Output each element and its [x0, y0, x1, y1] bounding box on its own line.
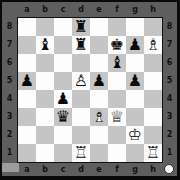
file-label-bottom-a: a [18, 163, 36, 176]
white-to-move-indicator [164, 164, 174, 174]
piece-black-rook: ♜ [72, 18, 90, 36]
square-c2[interactable] [54, 126, 72, 144]
square-c7[interactable] [54, 36, 72, 54]
piece-black-pawn: ♟ [54, 90, 72, 108]
piece-black-king: ♚ [108, 36, 126, 54]
square-d1[interactable]: ♜♖ [72, 144, 90, 162]
square-g2[interactable]: ♚♔ [126, 126, 144, 144]
file-label-top-a: a [18, 3, 36, 16]
square-e7[interactable] [90, 36, 108, 54]
square-b8[interactable] [36, 18, 54, 36]
square-f5[interactable] [108, 72, 126, 90]
rank-label-right-3: 3 [163, 108, 176, 126]
square-d7[interactable]: ♜ [72, 36, 90, 54]
file-label-bottom-e: e [90, 163, 108, 176]
piece-black-queen: ♛ [54, 108, 72, 126]
square-a4[interactable] [18, 90, 36, 108]
square-b4[interactable] [36, 90, 54, 108]
rank-label-right-8: 8 [163, 18, 176, 36]
square-h2[interactable] [144, 126, 162, 144]
square-c6[interactable] [54, 54, 72, 72]
piece-white-queen: ♕ [108, 108, 126, 126]
square-c8[interactable] [54, 18, 72, 36]
square-b6[interactable] [36, 54, 54, 72]
rank-label-right-6: 6 [163, 54, 176, 72]
square-h1[interactable]: ♜♖ [144, 144, 162, 162]
square-e2[interactable] [90, 126, 108, 144]
piece-black-pawn: ♟ [126, 36, 144, 54]
file-label-bottom-b: b [36, 163, 54, 176]
square-g1[interactable] [126, 144, 144, 162]
square-a1[interactable] [18, 144, 36, 162]
square-h5[interactable] [144, 72, 162, 90]
square-d6[interactable] [72, 54, 90, 72]
piece-black-bishop: ♝ [36, 36, 54, 54]
file-label-top-b: b [36, 3, 54, 16]
square-f6[interactable]: ♝ [108, 54, 126, 72]
square-d5[interactable]: ♟♙ [72, 72, 90, 90]
square-b3[interactable] [36, 108, 54, 126]
square-e4[interactable] [90, 90, 108, 108]
logo-patch [2, 163, 19, 172]
file-label-top-c: c [54, 3, 72, 16]
piece-black-rook: ♜ [72, 36, 90, 54]
square-f7[interactable]: ♚ [108, 36, 126, 54]
square-f3[interactable]: ♛♕ [108, 108, 126, 126]
square-f1[interactable] [108, 144, 126, 162]
square-h7[interactable]: ♝♗ [144, 36, 162, 54]
piece-white-bishop: ♗ [90, 108, 108, 126]
square-a8[interactable] [18, 18, 36, 36]
square-e8[interactable] [90, 18, 108, 36]
rank-label-left-5: 5 [3, 72, 16, 90]
file-label-top-g: g [126, 3, 144, 16]
piece-black-pawn: ♟ [126, 72, 144, 90]
rank-label-right-4: 4 [163, 90, 176, 108]
square-a2[interactable] [18, 126, 36, 144]
square-d8[interactable]: ♜ [72, 18, 90, 36]
rank-label-left-6: 6 [3, 54, 16, 72]
rank-label-left-4: 4 [3, 90, 16, 108]
square-d3[interactable] [72, 108, 90, 126]
square-g5[interactable]: ♟ [126, 72, 144, 90]
piece-white-rook: ♖ [144, 144, 162, 162]
piece-white-king: ♔ [126, 126, 144, 144]
rank-label-left-2: 2 [3, 126, 16, 144]
rank-label-left-7: 7 [3, 36, 16, 54]
square-f4[interactable] [108, 90, 126, 108]
square-g6[interactable] [126, 54, 144, 72]
piece-black-pawn: ♟ [90, 72, 108, 90]
square-g3[interactable] [126, 108, 144, 126]
square-b5[interactable] [36, 72, 54, 90]
square-a5[interactable]: ♟ [18, 72, 36, 90]
rank-label-left-8: 8 [3, 18, 16, 36]
square-g8[interactable] [126, 18, 144, 36]
square-c3[interactable]: ♛ [54, 108, 72, 126]
rank-label-right-5: 5 [163, 72, 176, 90]
piece-white-pawn: ♙ [72, 72, 90, 90]
chess-board: ♜♝♜♚♟♝♗♝♟♟♙♟♟♟♛♝♗♛♕♚♔♜♖♜♖ [17, 17, 163, 163]
square-h4[interactable] [144, 90, 162, 108]
file-label-bottom-c: c [54, 163, 72, 176]
square-g7[interactable]: ♟ [126, 36, 144, 54]
square-h6[interactable] [144, 54, 162, 72]
file-label-top-f: f [108, 3, 126, 16]
rank-label-left-3: 3 [3, 108, 16, 126]
file-label-top-d: d [72, 3, 90, 16]
rank-label-right-7: 7 [163, 36, 176, 54]
rank-label-right-1: 1 [163, 144, 176, 162]
file-label-bottom-g: g [126, 163, 144, 176]
square-g4[interactable] [126, 90, 144, 108]
rank-label-left-1: 1 [3, 144, 16, 162]
piece-white-bishop: ♗ [144, 36, 162, 54]
square-c1[interactable] [54, 144, 72, 162]
square-b1[interactable] [36, 144, 54, 162]
square-b7[interactable]: ♝ [36, 36, 54, 54]
square-a6[interactable] [18, 54, 36, 72]
square-e6[interactable] [90, 54, 108, 72]
file-label-top-h: h [144, 3, 162, 16]
square-a7[interactable] [18, 36, 36, 54]
rank-label-right-2: 2 [163, 126, 176, 144]
square-f8[interactable] [108, 18, 126, 36]
square-c5[interactable] [54, 72, 72, 90]
file-label-bottom-h: h [144, 163, 162, 176]
square-d2[interactable] [72, 126, 90, 144]
file-label-bottom-d: d [72, 163, 90, 176]
piece-black-bishop: ♝ [108, 54, 126, 72]
square-f2[interactable] [108, 126, 126, 144]
square-b2[interactable] [36, 126, 54, 144]
square-h8[interactable] [144, 18, 162, 36]
square-e1[interactable] [90, 144, 108, 162]
file-label-top-e: e [90, 3, 108, 16]
square-h3[interactable] [144, 108, 162, 126]
square-d4[interactable] [72, 90, 90, 108]
chess-diagram: ♜♝♜♚♟♝♗♝♟♟♙♟♟♟♛♝♗♛♕♚♔♜♖♜♖ aabbccddeeffgg… [0, 0, 180, 180]
square-e5[interactable]: ♟ [90, 72, 108, 90]
square-a3[interactable] [18, 108, 36, 126]
file-label-bottom-f: f [108, 163, 126, 176]
piece-white-rook: ♖ [72, 144, 90, 162]
square-c4[interactable]: ♟ [54, 90, 72, 108]
piece-black-pawn: ♟ [18, 72, 36, 90]
square-e3[interactable]: ♝♗ [90, 108, 108, 126]
